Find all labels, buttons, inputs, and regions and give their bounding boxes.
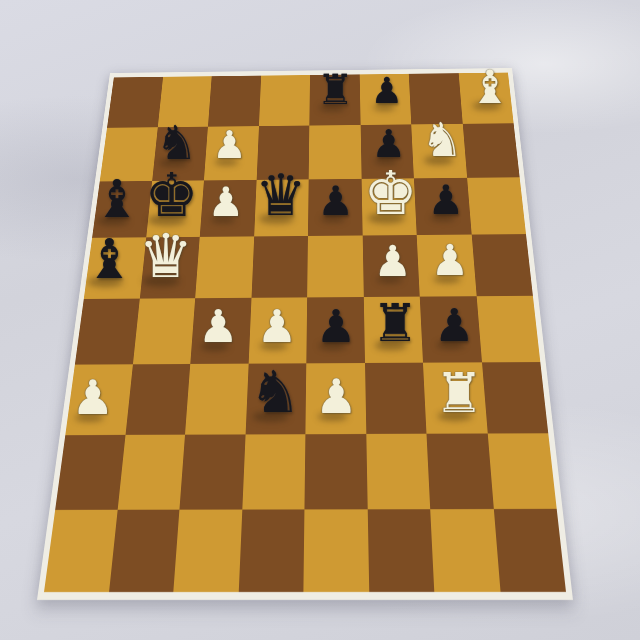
square-f7: [360, 124, 414, 178]
square-b1: [109, 510, 180, 592]
square-d4: [248, 297, 307, 363]
square-b8: [157, 76, 211, 127]
photo-scene: { "game": "chess", "scene_type": "overhe…: [0, 0, 640, 640]
square-c3: [185, 363, 248, 434]
square-d5: [251, 236, 308, 298]
square-e1: [303, 510, 368, 592]
square-d7: [256, 125, 309, 179]
square-f5: [362, 235, 419, 297]
square-d8: [259, 75, 310, 126]
square-d1: [238, 510, 304, 592]
square-b2: [117, 434, 185, 510]
square-c4: [190, 298, 251, 364]
square-h3: [482, 362, 549, 433]
square-f4: [363, 297, 423, 363]
square-b3: [125, 364, 190, 435]
square-a7: [100, 127, 158, 181]
square-h5: [471, 234, 533, 296]
chess-board: [37, 68, 573, 600]
square-c5: [195, 237, 254, 299]
square-b5: [139, 237, 199, 298]
square-a8: [107, 77, 163, 128]
square-b4: [133, 298, 196, 364]
square-e8: [309, 74, 360, 125]
square-b7: [152, 126, 208, 180]
square-c8: [208, 76, 261, 127]
square-c2: [179, 434, 245, 510]
square-h8: [458, 73, 513, 124]
square-f2: [366, 433, 430, 509]
square-a5: [84, 238, 146, 299]
square-e6: [308, 178, 362, 236]
square-g1: [430, 509, 500, 592]
square-c7: [204, 126, 259, 180]
square-h4: [476, 296, 540, 362]
square-g2: [426, 433, 493, 510]
square-d6: [254, 179, 309, 237]
square-e5: [307, 236, 363, 298]
square-g3: [423, 362, 487, 433]
square-h1: [493, 509, 566, 592]
square-h2: [487, 433, 557, 510]
square-e4: [306, 297, 364, 363]
square-f3: [365, 362, 427, 433]
square-a4: [75, 299, 139, 365]
square-c1: [173, 510, 242, 592]
square-g6: [414, 177, 471, 235]
square-e7: [309, 125, 362, 179]
square-g5: [417, 235, 477, 297]
square-f8: [359, 74, 411, 125]
square-a1: [44, 510, 117, 592]
square-a3: [65, 364, 132, 435]
square-c6: [200, 179, 257, 237]
square-e3: [305, 363, 365, 434]
square-a6: [92, 181, 152, 239]
square-a2: [55, 434, 125, 510]
square-h6: [467, 177, 526, 235]
square-f6: [361, 178, 416, 236]
square-d2: [242, 434, 306, 510]
square-g7: [411, 124, 466, 178]
square-d3: [245, 363, 306, 434]
square-g4: [420, 296, 482, 362]
square-b6: [146, 180, 204, 238]
square-g8: [409, 73, 463, 124]
square-e2: [304, 433, 367, 509]
square-h7: [462, 123, 519, 177]
square-f1: [367, 509, 434, 592]
